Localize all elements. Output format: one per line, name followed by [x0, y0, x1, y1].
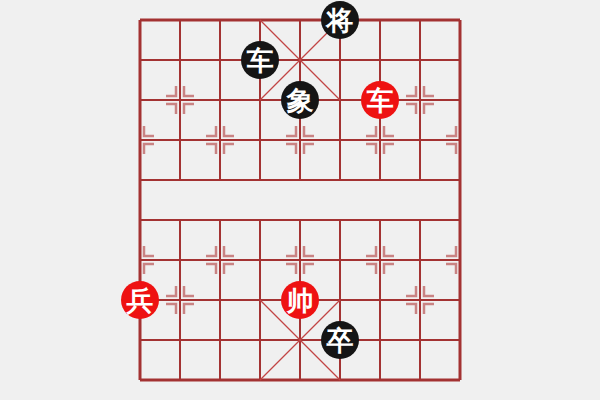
piece-red-soldier[interactable]: 兵 [121, 281, 159, 319]
xiangqi-board: 将车象车兵帅卒 [120, 0, 480, 400]
piece-black-chariot[interactable]: 车 [241, 41, 279, 79]
xiangqi-app: 将车象车兵帅卒 [0, 0, 600, 400]
piece-black-soldier[interactable]: 卒 [321, 321, 359, 359]
piece-black-elephant[interactable]: 象 [281, 81, 319, 119]
piece-red-general[interactable]: 帅 [281, 281, 319, 319]
piece-red-chariot[interactable]: 车 [361, 81, 399, 119]
piece-black-general[interactable]: 将 [321, 1, 359, 39]
